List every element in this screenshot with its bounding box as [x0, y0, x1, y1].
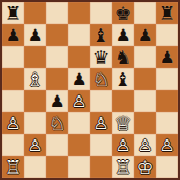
piece-black-knight: ♞ [114, 46, 131, 68]
square-e5[interactable]: ♘ [90, 68, 112, 90]
square-d2[interactable] [68, 134, 90, 156]
square-e8[interactable] [90, 2, 112, 24]
piece-black-pawn: ♟ [5, 24, 20, 46]
square-e7[interactable]: ♝ [90, 24, 112, 46]
square-c2[interactable] [46, 134, 68, 156]
square-a7[interactable]: ♟ [2, 24, 24, 46]
square-c5[interactable] [46, 68, 68, 90]
square-e3[interactable]: ♙ [90, 112, 112, 134]
piece-white-bishop: ♗ [26, 68, 43, 90]
square-f3[interactable]: ♕ [112, 112, 134, 134]
square-h1[interactable] [156, 156, 178, 178]
square-e1[interactable] [90, 156, 112, 178]
square-b5[interactable]: ♗ [24, 68, 46, 90]
square-d1[interactable] [68, 156, 90, 178]
square-d4[interactable]: ♙ [68, 90, 90, 112]
square-g8[interactable] [134, 2, 156, 24]
square-f2[interactable]: ♙ [112, 134, 134, 156]
square-c3[interactable]: ♘ [46, 112, 68, 134]
square-f7[interactable]: ♟ [112, 24, 134, 46]
square-b6[interactable] [24, 46, 46, 68]
square-a3[interactable]: ♙ [2, 112, 24, 134]
square-h8[interactable]: ♜ [156, 2, 178, 24]
piece-white-pawn: ♙ [71, 90, 86, 112]
square-b2[interactable]: ♙ [24, 134, 46, 156]
square-f1[interactable]: ♖ [112, 156, 134, 178]
square-g4[interactable] [134, 90, 156, 112]
square-d3[interactable] [68, 112, 90, 134]
square-e2[interactable] [90, 134, 112, 156]
square-c1[interactable] [46, 156, 68, 178]
square-b3[interactable] [24, 112, 46, 134]
square-a2[interactable] [2, 134, 24, 156]
piece-white-rook: ♖ [114, 156, 131, 178]
square-d8[interactable] [68, 2, 90, 24]
square-b4[interactable] [24, 90, 46, 112]
piece-black-pawn: ♟ [49, 90, 64, 112]
square-c7[interactable] [46, 24, 68, 46]
square-g6[interactable] [134, 46, 156, 68]
square-a1[interactable]: ♖ [2, 156, 24, 178]
square-b7[interactable]: ♟ [24, 24, 46, 46]
piece-black-pawn: ♟ [137, 24, 152, 46]
square-h4[interactable] [156, 90, 178, 112]
square-f8[interactable]: ♚ [112, 2, 134, 24]
square-h2[interactable]: ♙ [156, 134, 178, 156]
piece-black-pawn: ♟ [159, 46, 174, 68]
piece-black-pawn: ♟ [27, 24, 42, 46]
square-h6[interactable]: ♟ [156, 46, 178, 68]
square-c6[interactable] [46, 46, 68, 68]
piece-black-bishop: ♝ [92, 24, 109, 46]
chess-board-grid: ♜♚♜♟♟♝♟♟♛♞♟♗♟♘♝♟♙♙♘♙♕♙♙♙♙♖♖♔ [2, 2, 178, 178]
square-c8[interactable] [46, 2, 68, 24]
square-g7[interactable]: ♟ [134, 24, 156, 46]
square-e4[interactable] [90, 90, 112, 112]
piece-black-rook: ♜ [4, 2, 21, 24]
square-d5[interactable]: ♟ [68, 68, 90, 90]
square-g2[interactable]: ♙ [134, 134, 156, 156]
piece-black-king: ♚ [114, 2, 131, 24]
piece-white-pawn: ♙ [5, 112, 20, 134]
piece-white-knight: ♘ [48, 112, 65, 134]
chess-board: ♜♚♜♟♟♝♟♟♛♞♟♗♟♘♝♟♙♙♘♙♕♙♙♙♙♖♖♔ [0, 0, 180, 180]
piece-white-knight: ♘ [92, 68, 109, 90]
square-b8[interactable] [24, 2, 46, 24]
square-g1[interactable]: ♔ [134, 156, 156, 178]
square-b1[interactable] [24, 156, 46, 178]
square-h3[interactable] [156, 112, 178, 134]
piece-white-king: ♔ [136, 156, 153, 178]
piece-white-pawn: ♙ [137, 134, 152, 156]
piece-black-bishop: ♝ [114, 68, 131, 90]
piece-white-rook: ♖ [4, 156, 21, 178]
piece-white-pawn: ♙ [115, 134, 130, 156]
square-g3[interactable] [134, 112, 156, 134]
piece-white-pawn: ♙ [93, 112, 108, 134]
piece-black-rook: ♜ [158, 2, 175, 24]
square-f6[interactable]: ♞ [112, 46, 134, 68]
square-f4[interactable] [112, 90, 134, 112]
square-d6[interactable] [68, 46, 90, 68]
square-c4[interactable]: ♟ [46, 90, 68, 112]
square-h7[interactable] [156, 24, 178, 46]
square-a6[interactable] [2, 46, 24, 68]
piece-black-pawn: ♟ [71, 68, 86, 90]
square-h5[interactable] [156, 68, 178, 90]
square-a4[interactable] [2, 90, 24, 112]
square-f5[interactable]: ♝ [112, 68, 134, 90]
piece-white-pawn: ♙ [159, 134, 174, 156]
piece-white-queen: ♕ [114, 112, 131, 134]
square-d7[interactable] [68, 24, 90, 46]
piece-white-pawn: ♙ [27, 134, 42, 156]
square-g5[interactable] [134, 68, 156, 90]
square-a8[interactable]: ♜ [2, 2, 24, 24]
piece-black-queen: ♛ [92, 46, 109, 68]
piece-black-pawn: ♟ [115, 24, 130, 46]
square-a5[interactable] [2, 68, 24, 90]
square-e6[interactable]: ♛ [90, 46, 112, 68]
